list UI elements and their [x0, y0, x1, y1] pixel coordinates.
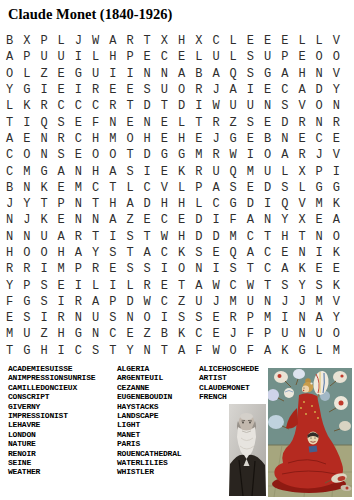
grid-cell-r16c3[interactable]: S	[35, 277, 52, 293]
grid-cell-r8c8[interactable]: T	[121, 147, 138, 163]
grid-cell-r3c2[interactable]: L	[18, 66, 35, 82]
grid-cell-r14c4[interactable]: H	[53, 245, 70, 261]
grid-cell-r7c2[interactable]: E	[18, 131, 35, 147]
grid-cell-r2c8[interactable]: P	[121, 49, 138, 65]
grid-cell-r7c14[interactable]: G	[225, 131, 242, 147]
grid-cell-r18c13[interactable]: E	[207, 310, 224, 326]
grid-cell-r3c16[interactable]: G	[259, 66, 276, 82]
grid-cell-r14c7[interactable]: S	[104, 245, 121, 261]
grid-cell-r14c6[interactable]: Y	[87, 245, 104, 261]
grid-cell-r4c15[interactable]: I	[242, 82, 259, 98]
grid-cell-r5c8[interactable]: T	[121, 98, 138, 114]
grid-cell-r20c8[interactable]: Y	[121, 343, 138, 359]
grid-cell-r12c5[interactable]: N	[70, 212, 87, 228]
grid-cell-r19c7[interactable]: C	[104, 326, 121, 342]
grid-cell-r6c20[interactable]: R	[328, 114, 345, 130]
grid-cell-r2c15[interactable]: S	[242, 49, 259, 65]
grid-cell-r7c3[interactable]: N	[35, 131, 52, 147]
grid-cell-r9c7[interactable]: A	[104, 163, 121, 179]
grid-cell-r9c5[interactable]: N	[70, 163, 87, 179]
grid-cell-r1c9[interactable]: T	[139, 33, 156, 49]
grid-cell-r15c14[interactable]: S	[225, 261, 242, 277]
grid-cell-r6c13[interactable]: R	[207, 114, 224, 130]
grid-cell-r4c13[interactable]: J	[207, 82, 224, 98]
grid-cell-r14c10[interactable]: C	[156, 245, 173, 261]
grid-cell-r19c3[interactable]: Z	[35, 326, 52, 342]
grid-cell-r11c16[interactable]: I	[259, 196, 276, 212]
grid-cell-r6c16[interactable]: E	[259, 114, 276, 130]
grid-cell-r6c14[interactable]: Z	[225, 114, 242, 130]
grid-cell-r13c15[interactable]: C	[242, 229, 259, 245]
grid-cell-r20c1[interactable]: T	[1, 343, 18, 359]
grid-cell-r10c20[interactable]: G	[328, 180, 345, 196]
grid-cell-r9c18[interactable]: X	[293, 163, 310, 179]
grid-cell-r18c14[interactable]: R	[225, 310, 242, 326]
grid-cell-r13c3[interactable]: U	[35, 229, 52, 245]
grid-cell-r7c11[interactable]: H	[173, 131, 190, 147]
grid-cell-r7c6[interactable]: H	[87, 131, 104, 147]
grid-cell-r6c17[interactable]: D	[276, 114, 293, 130]
grid-cell-r7c8[interactable]: O	[121, 131, 138, 147]
grid-cell-r9c16[interactable]: U	[259, 163, 276, 179]
grid-cell-r8c5[interactable]: E	[70, 147, 87, 163]
grid-cell-r18c3[interactable]: I	[35, 310, 52, 326]
grid-cell-r3c3[interactable]: Z	[35, 66, 52, 82]
grid-cell-r17c15[interactable]: U	[242, 294, 259, 310]
grid-cell-r9c3[interactable]: G	[35, 163, 52, 179]
grid-cell-r10c1[interactable]: B	[1, 180, 18, 196]
grid-cell-r19c2[interactable]: U	[18, 326, 35, 342]
grid-cell-r18c11[interactable]: S	[173, 310, 190, 326]
grid-cell-r1c13[interactable]: C	[207, 33, 224, 49]
grid-cell-r19c16[interactable]: P	[259, 326, 276, 342]
grid-cell-r3c5[interactable]: G	[70, 66, 87, 82]
grid-cell-r20c14[interactable]: O	[225, 343, 242, 359]
grid-cell-r19c18[interactable]: N	[293, 326, 310, 342]
grid-cell-r9c9[interactable]: I	[139, 163, 156, 179]
grid-cell-r15c2[interactable]: R	[18, 261, 35, 277]
grid-cell-r3c17[interactable]: A	[276, 66, 293, 82]
grid-cell-r3c10[interactable]: N	[156, 66, 173, 82]
grid-cell-r3c6[interactable]: U	[87, 66, 104, 82]
grid-cell-r1c19[interactable]: L	[311, 33, 328, 49]
grid-cell-r11c4[interactable]: P	[53, 196, 70, 212]
grid-cell-r15c8[interactable]: S	[121, 261, 138, 277]
grid-cell-r1c8[interactable]: R	[121, 33, 138, 49]
grid-cell-r14c12[interactable]: S	[190, 245, 207, 261]
grid-cell-r5c19[interactable]: O	[311, 98, 328, 114]
grid-cell-r14c13[interactable]: E	[207, 245, 224, 261]
grid-cell-r1c20[interactable]: V	[328, 33, 345, 49]
grid-cell-r7c18[interactable]: E	[293, 131, 310, 147]
grid-cell-r10c2[interactable]: N	[18, 180, 35, 196]
grid-cell-r3c18[interactable]: H	[293, 66, 310, 82]
grid-cell-r18c2[interactable]: S	[18, 310, 35, 326]
grid-cell-r17c4[interactable]: I	[53, 294, 70, 310]
grid-cell-r14c9[interactable]: A	[139, 245, 156, 261]
grid-cell-r6c11[interactable]: L	[173, 114, 190, 130]
grid-cell-r19c11[interactable]: K	[173, 326, 190, 342]
grid-cell-r20c7[interactable]: T	[104, 343, 121, 359]
grid-cell-r3c4[interactable]: E	[53, 66, 70, 82]
grid-cell-r13c9[interactable]: T	[139, 229, 156, 245]
grid-cell-r20c11[interactable]: A	[173, 343, 190, 359]
grid-cell-r10c9[interactable]: C	[139, 180, 156, 196]
grid-cell-r5c15[interactable]: U	[242, 98, 259, 114]
grid-cell-r4c16[interactable]: E	[259, 82, 276, 98]
grid-cell-r9c12[interactable]: R	[190, 163, 207, 179]
grid-cell-r14c8[interactable]: T	[121, 245, 138, 261]
grid-cell-r7c17[interactable]: N	[276, 131, 293, 147]
grid-cell-r8c10[interactable]: G	[156, 147, 173, 163]
grid-cell-r12c10[interactable]: C	[156, 212, 173, 228]
grid-cell-r19c15[interactable]: F	[242, 326, 259, 342]
grid-cell-r20c10[interactable]: T	[156, 343, 173, 359]
grid-cell-r4c6[interactable]: R	[87, 82, 104, 98]
grid-cell-r8c1[interactable]: C	[1, 147, 18, 163]
grid-cell-r8c9[interactable]: D	[139, 147, 156, 163]
grid-cell-r11c11[interactable]: H	[173, 196, 190, 212]
grid-cell-r16c8[interactable]: L	[121, 277, 138, 293]
grid-cell-r13c8[interactable]: S	[121, 229, 138, 245]
grid-cell-r10c15[interactable]: E	[242, 180, 259, 196]
grid-cell-r10c13[interactable]: A	[207, 180, 224, 196]
grid-cell-r8c12[interactable]: M	[190, 147, 207, 163]
grid-cell-r16c6[interactable]: L	[87, 277, 104, 293]
grid-cell-r10c12[interactable]: P	[190, 180, 207, 196]
grid-cell-r4c4[interactable]: E	[53, 82, 70, 98]
grid-cell-r6c5[interactable]: E	[70, 114, 87, 130]
grid-cell-r15c13[interactable]: I	[207, 261, 224, 277]
grid-cell-r14c11[interactable]: K	[173, 245, 190, 261]
grid-cell-r17c11[interactable]: Z	[173, 294, 190, 310]
grid-cell-r18c12[interactable]: S	[190, 310, 207, 326]
grid-cell-r6c8[interactable]: E	[121, 114, 138, 130]
grid-cell-r7c12[interactable]: E	[190, 131, 207, 147]
grid-cell-r13c1[interactable]: N	[1, 229, 18, 245]
grid-cell-r2c12[interactable]: L	[190, 49, 207, 65]
grid-cell-r6c3[interactable]: Q	[35, 114, 52, 130]
grid-cell-r10c19[interactable]: G	[311, 180, 328, 196]
grid-cell-r13c19[interactable]: N	[311, 229, 328, 245]
grid-cell-r2c3[interactable]: U	[35, 49, 52, 65]
grid-cell-r12c14[interactable]: F	[225, 212, 242, 228]
grid-cell-r6c2[interactable]: I	[18, 114, 35, 130]
grid-cell-r4c9[interactable]: S	[139, 82, 156, 98]
grid-cell-r14c14[interactable]: Q	[225, 245, 242, 261]
grid-cell-r12c7[interactable]: A	[104, 212, 121, 228]
grid-cell-r9c4[interactable]: A	[53, 163, 70, 179]
grid-cell-r10c8[interactable]: L	[121, 180, 138, 196]
grid-cell-r6c4[interactable]: S	[53, 114, 70, 130]
grid-cell-r12c12[interactable]: D	[190, 212, 207, 228]
grid-cell-r2c14[interactable]: L	[225, 49, 242, 65]
grid-cell-r15c10[interactable]: I	[156, 261, 173, 277]
grid-cell-r1c5[interactable]: J	[70, 33, 87, 49]
grid-cell-r14c1[interactable]: H	[1, 245, 18, 261]
grid-cell-r7c1[interactable]: A	[1, 131, 18, 147]
grid-cell-r4c8[interactable]: E	[121, 82, 138, 98]
grid-cell-r17c1[interactable]: F	[1, 294, 18, 310]
grid-cell-r17c8[interactable]: D	[121, 294, 138, 310]
grid-cell-r9c20[interactable]: I	[328, 163, 345, 179]
grid-cell-r2c10[interactable]: C	[156, 49, 173, 65]
grid-cell-r17c10[interactable]: C	[156, 294, 173, 310]
grid-cell-r18c7[interactable]: S	[104, 310, 121, 326]
grid-cell-r2c1[interactable]: A	[1, 49, 18, 65]
grid-cell-r14c19[interactable]: I	[311, 245, 328, 261]
grid-cell-r12c20[interactable]: A	[328, 212, 345, 228]
grid-cell-r5c14[interactable]: U	[225, 98, 242, 114]
grid-cell-r11c7[interactable]: H	[104, 196, 121, 212]
grid-cell-r13c10[interactable]: W	[156, 229, 173, 245]
grid-cell-r9c15[interactable]: M	[242, 163, 259, 179]
grid-cell-r9c2[interactable]: M	[18, 163, 35, 179]
grid-cell-r5c1[interactable]: L	[1, 98, 18, 114]
grid-cell-r15c9[interactable]: S	[139, 261, 156, 277]
grid-cell-r15c12[interactable]: N	[190, 261, 207, 277]
grid-cell-r3c12[interactable]: B	[190, 66, 207, 82]
grid-cell-r7c5[interactable]: C	[70, 131, 87, 147]
grid-cell-r1c17[interactable]: E	[276, 33, 293, 49]
grid-cell-r1c10[interactable]: X	[156, 33, 173, 49]
grid-cell-r18c5[interactable]: N	[70, 310, 87, 326]
grid-cell-r8c18[interactable]: R	[293, 147, 310, 163]
grid-cell-r6c12[interactable]: T	[190, 114, 207, 130]
grid-cell-r3c11[interactable]: A	[173, 66, 190, 82]
grid-cell-r4c5[interactable]: I	[70, 82, 87, 98]
grid-cell-r9c6[interactable]: H	[87, 163, 104, 179]
grid-cell-r15c3[interactable]: I	[35, 261, 52, 277]
grid-cell-r7c9[interactable]: H	[139, 131, 156, 147]
grid-cell-r17c16[interactable]: N	[259, 294, 276, 310]
grid-cell-r14c20[interactable]: K	[328, 245, 345, 261]
grid-cell-r13c4[interactable]: A	[53, 229, 70, 245]
grid-cell-r12c18[interactable]: X	[293, 212, 310, 228]
grid-cell-r11c20[interactable]: K	[328, 196, 345, 212]
grid-cell-r14c16[interactable]: C	[259, 245, 276, 261]
grid-cell-r12c16[interactable]: N	[259, 212, 276, 228]
grid-cell-r10c18[interactable]: L	[293, 180, 310, 196]
grid-cell-r16c19[interactable]: S	[311, 277, 328, 293]
grid-cell-r19c19[interactable]: U	[311, 326, 328, 342]
grid-cell-r5c7[interactable]: R	[104, 98, 121, 114]
grid-cell-r15c5[interactable]: P	[70, 261, 87, 277]
grid-cell-r11c3[interactable]: T	[35, 196, 52, 212]
grid-cell-r7c16[interactable]: B	[259, 131, 276, 147]
grid-cell-r15c6[interactable]: R	[87, 261, 104, 277]
grid-cell-r9c14[interactable]: Q	[225, 163, 242, 179]
grid-cell-r17c3[interactable]: S	[35, 294, 52, 310]
grid-cell-r1c4[interactable]: L	[53, 33, 70, 49]
grid-cell-r18c20[interactable]: Y	[328, 310, 345, 326]
grid-cell-r13c17[interactable]: H	[276, 229, 293, 245]
grid-cell-r9c19[interactable]: P	[311, 163, 328, 179]
grid-cell-r13c18[interactable]: T	[293, 229, 310, 245]
grid-cell-r18c19[interactable]: A	[311, 310, 328, 326]
grid-cell-r5c20[interactable]: N	[328, 98, 345, 114]
grid-cell-r13c5[interactable]: R	[70, 229, 87, 245]
grid-cell-r15c4[interactable]: M	[53, 261, 70, 277]
grid-cell-r8c14[interactable]: W	[225, 147, 242, 163]
grid-cell-r4c20[interactable]: Y	[328, 82, 345, 98]
grid-cell-r17c17[interactable]: J	[276, 294, 293, 310]
grid-cell-r20c17[interactable]: K	[276, 343, 293, 359]
grid-cell-r20c5[interactable]: C	[70, 343, 87, 359]
grid-cell-r2c16[interactable]: U	[259, 49, 276, 65]
grid-cell-r13c13[interactable]: D	[207, 229, 224, 245]
grid-cell-r16c13[interactable]: W	[207, 277, 224, 293]
grid-cell-r3c8[interactable]: I	[121, 66, 138, 82]
grid-cell-r5c16[interactable]: N	[259, 98, 276, 114]
grid-cell-r17c14[interactable]: M	[225, 294, 242, 310]
grid-cell-r20c9[interactable]: N	[139, 343, 156, 359]
grid-cell-r8c16[interactable]: O	[259, 147, 276, 163]
grid-cell-r16c2[interactable]: P	[18, 277, 35, 293]
grid-cell-r17c13[interactable]: J	[207, 294, 224, 310]
grid-cell-r1c12[interactable]: X	[190, 33, 207, 49]
grid-cell-r2c18[interactable]: E	[293, 49, 310, 65]
grid-cell-r9c1[interactable]: C	[1, 163, 18, 179]
grid-cell-r8c17[interactable]: A	[276, 147, 293, 163]
grid-cell-r8c11[interactable]: G	[173, 147, 190, 163]
grid-cell-r8c13[interactable]: R	[207, 147, 224, 163]
grid-cell-r7c19[interactable]: C	[311, 131, 328, 147]
grid-cell-r9c10[interactable]: E	[156, 163, 173, 179]
grid-cell-r17c18[interactable]: J	[293, 294, 310, 310]
grid-cell-r12c2[interactable]: J	[18, 212, 35, 228]
grid-cell-r2c4[interactable]: U	[53, 49, 70, 65]
grid-cell-r19c6[interactable]: N	[87, 326, 104, 342]
grid-cell-r16c10[interactable]: E	[156, 277, 173, 293]
grid-cell-r12c17[interactable]: Y	[276, 212, 293, 228]
grid-cell-r14c3[interactable]: O	[35, 245, 52, 261]
grid-cell-r16c20[interactable]: K	[328, 277, 345, 293]
grid-cell-r3c7[interactable]: I	[104, 66, 121, 82]
grid-cell-r4c3[interactable]: I	[35, 82, 52, 98]
grid-cell-r4c7[interactable]: E	[104, 82, 121, 98]
grid-cell-r4c1[interactable]: Y	[1, 82, 18, 98]
grid-cell-r17c12[interactable]: U	[190, 294, 207, 310]
grid-cell-r19c10[interactable]: B	[156, 326, 173, 342]
grid-cell-r10c3[interactable]: K	[35, 180, 52, 196]
grid-cell-r16c17[interactable]: S	[276, 277, 293, 293]
grid-cell-r2c9[interactable]: E	[139, 49, 156, 65]
grid-cell-r10c14[interactable]: S	[225, 180, 242, 196]
grid-cell-r11c10[interactable]: H	[156, 196, 173, 212]
grid-cell-r16c7[interactable]: I	[104, 277, 121, 293]
grid-cell-r13c7[interactable]: I	[104, 229, 121, 245]
grid-cell-r18c6[interactable]: U	[87, 310, 104, 326]
grid-cell-r18c1[interactable]: E	[1, 310, 18, 326]
grid-cell-r9c17[interactable]: L	[276, 163, 293, 179]
grid-cell-r10c4[interactable]: E	[53, 180, 70, 196]
grid-cell-r13c6[interactable]: T	[87, 229, 104, 245]
grid-cell-r11c9[interactable]: D	[139, 196, 156, 212]
grid-cell-r1c7[interactable]: A	[104, 33, 121, 49]
grid-cell-r11c19[interactable]: M	[311, 196, 328, 212]
grid-cell-r16c12[interactable]: A	[190, 277, 207, 293]
grid-cell-r3c1[interactable]: O	[1, 66, 18, 82]
grid-cell-r2c11[interactable]: E	[173, 49, 190, 65]
grid-cell-r1c2[interactable]: X	[18, 33, 35, 49]
grid-cell-r12c11[interactable]: E	[173, 212, 190, 228]
grid-cell-r20c13[interactable]: W	[207, 343, 224, 359]
grid-cell-r19c20[interactable]: O	[328, 326, 345, 342]
grid-cell-r19c8[interactable]: E	[121, 326, 138, 342]
grid-cell-r12c1[interactable]: N	[1, 212, 18, 228]
grid-cell-r7c10[interactable]: E	[156, 131, 173, 147]
grid-cell-r18c15[interactable]: P	[242, 310, 259, 326]
grid-cell-r16c9[interactable]: R	[139, 277, 156, 293]
grid-cell-r20c20[interactable]: M	[328, 343, 345, 359]
grid-cell-r3c19[interactable]: N	[311, 66, 328, 82]
grid-cell-r2c6[interactable]: L	[87, 49, 104, 65]
grid-cell-r9c8[interactable]: S	[121, 163, 138, 179]
grid-cell-r4c10[interactable]: U	[156, 82, 173, 98]
grid-cell-r2c13[interactable]: U	[207, 49, 224, 65]
grid-cell-r18c16[interactable]: M	[259, 310, 276, 326]
grid-cell-r17c20[interactable]: V	[328, 294, 345, 310]
grid-cell-r6c18[interactable]: R	[293, 114, 310, 130]
grid-cell-r1c18[interactable]: L	[293, 33, 310, 49]
grid-cell-r1c15[interactable]: E	[242, 33, 259, 49]
grid-cell-r4c12[interactable]: R	[190, 82, 207, 98]
grid-cell-r20c16[interactable]: A	[259, 343, 276, 359]
grid-cell-r16c11[interactable]: T	[173, 277, 190, 293]
grid-cell-r13c11[interactable]: H	[173, 229, 190, 245]
grid-cell-r5c3[interactable]: R	[35, 98, 52, 114]
grid-cell-r13c2[interactable]: N	[18, 229, 35, 245]
grid-cell-r16c1[interactable]: Y	[1, 277, 18, 293]
grid-cell-r14c5[interactable]: A	[70, 245, 87, 261]
grid-cell-r18c17[interactable]: I	[276, 310, 293, 326]
grid-cell-r7c7[interactable]: M	[104, 131, 121, 147]
grid-cell-r2c5[interactable]: I	[70, 49, 87, 65]
grid-cell-r13c12[interactable]: D	[190, 229, 207, 245]
grid-cell-r12c13[interactable]: I	[207, 212, 224, 228]
grid-cell-r5c2[interactable]: K	[18, 98, 35, 114]
grid-cell-r19c1[interactable]: M	[1, 326, 18, 342]
grid-cell-r17c7[interactable]: P	[104, 294, 121, 310]
grid-cell-r15c7[interactable]: E	[104, 261, 121, 277]
grid-cell-r15c16[interactable]: C	[259, 261, 276, 277]
grid-cell-r3c14[interactable]: Q	[225, 66, 242, 82]
grid-cell-r10c11[interactable]: L	[173, 180, 190, 196]
grid-cell-r19c17[interactable]: U	[276, 326, 293, 342]
grid-cell-r20c15[interactable]: F	[242, 343, 259, 359]
grid-cell-r10c10[interactable]: V	[156, 180, 173, 196]
grid-cell-r3c13[interactable]: A	[207, 66, 224, 82]
grid-cell-r7c13[interactable]: J	[207, 131, 224, 147]
grid-cell-r5c12[interactable]: I	[190, 98, 207, 114]
grid-cell-r20c6[interactable]: S	[87, 343, 104, 359]
grid-cell-r8c3[interactable]: N	[35, 147, 52, 163]
grid-cell-r2c19[interactable]: O	[311, 49, 328, 65]
grid-cell-r13c20[interactable]: O	[328, 229, 345, 245]
grid-cell-r1c14[interactable]: L	[225, 33, 242, 49]
grid-cell-r2c20[interactable]: O	[328, 49, 345, 65]
grid-cell-r15c20[interactable]: E	[328, 261, 345, 277]
grid-cell-r7c15[interactable]: E	[242, 131, 259, 147]
grid-cell-r7c4[interactable]: R	[53, 131, 70, 147]
grid-cell-r12c6[interactable]: N	[87, 212, 104, 228]
grid-cell-r2c7[interactable]: H	[104, 49, 121, 65]
grid-cell-r5c9[interactable]: D	[139, 98, 156, 114]
grid-cell-r2c2[interactable]: P	[18, 49, 35, 65]
grid-cell-r3c9[interactable]: N	[139, 66, 156, 82]
grid-cell-r17c2[interactable]: G	[18, 294, 35, 310]
